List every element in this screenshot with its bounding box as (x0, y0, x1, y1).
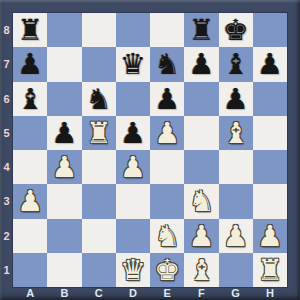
piece-white-knight[interactable]: ♞︎ (188, 184, 214, 218)
piece-black-bishop[interactable]: ♝︎ (17, 82, 43, 116)
square-h4[interactable] (253, 150, 287, 184)
square-a8[interactable]: ♜︎ (13, 13, 47, 47)
piece-black-knight[interactable]: ♞︎ (86, 82, 112, 116)
square-g7[interactable]: ♝︎ (219, 47, 253, 81)
square-d6[interactable] (116, 82, 150, 116)
square-b3[interactable] (47, 184, 81, 218)
piece-black-pawn[interactable]: ♟︎ (257, 47, 283, 81)
square-e5[interactable]: ♟︎ (150, 116, 184, 150)
square-e3[interactable] (150, 184, 184, 218)
square-a4[interactable] (13, 150, 47, 184)
square-e6[interactable]: ♟︎ (150, 82, 184, 116)
piece-black-pawn[interactable]: ♟︎ (120, 116, 146, 150)
piece-white-pawn[interactable]: ♟︎ (154, 116, 180, 150)
square-b8[interactable] (47, 13, 81, 47)
file-label-c: C (82, 286, 116, 299)
square-d3[interactable] (116, 184, 150, 218)
square-a1[interactable] (13, 253, 47, 287)
piece-white-queen[interactable]: ♛︎ (120, 253, 146, 287)
piece-black-pawn[interactable]: ♟︎ (154, 82, 180, 116)
piece-black-rook[interactable]: ♜︎ (188, 13, 214, 47)
square-b5[interactable]: ♟︎ (47, 116, 81, 150)
piece-black-king[interactable]: ♚︎ (223, 13, 249, 47)
piece-white-pawn[interactable]: ♟︎ (257, 219, 283, 253)
piece-white-rook[interactable]: ♜︎ (86, 116, 112, 150)
square-h6[interactable] (253, 82, 287, 116)
square-g5[interactable]: ♝︎ (219, 116, 253, 150)
piece-white-bishop[interactable]: ♝︎ (223, 116, 249, 150)
rank-label-4: 4 (0, 150, 13, 184)
piece-black-pawn[interactable]: ♟︎ (188, 47, 214, 81)
square-e8[interactable] (150, 13, 184, 47)
square-f3[interactable]: ♞︎ (184, 184, 218, 218)
rank-label-8: 8 (0, 13, 13, 47)
square-b1[interactable] (47, 253, 81, 287)
piece-black-pawn[interactable]: ♟︎ (17, 47, 43, 81)
square-h8[interactable] (253, 13, 287, 47)
square-d5[interactable]: ♟︎ (116, 116, 150, 150)
piece-black-bishop[interactable]: ♝︎ (223, 47, 249, 81)
piece-white-bishop[interactable]: ♝︎ (188, 253, 214, 287)
chess-board[interactable]: ♜︎♜︎♚︎♟︎♛︎♞︎♟︎♝︎♟︎♝︎♞︎♟︎♟︎♟︎♜︎♟︎♟︎♝︎♟︎♟︎… (13, 13, 287, 287)
file-label-g: G (219, 286, 253, 299)
piece-white-pawn[interactable]: ♟︎ (51, 150, 77, 184)
file-label-d: D (116, 286, 150, 299)
piece-white-pawn[interactable]: ♟︎ (120, 150, 146, 184)
square-d4[interactable]: ♟︎ (116, 150, 150, 184)
chess-board-frame: 8 7 6 5 4 3 2 1 ♜︎♜︎♚︎♟︎♛︎♞︎♟︎♝︎♟︎♝︎♞︎♟︎… (0, 0, 300, 300)
square-e1[interactable]: ♚︎ (150, 253, 184, 287)
square-f8[interactable]: ♜︎ (184, 13, 218, 47)
file-label-b: B (47, 286, 81, 299)
piece-black-pawn[interactable]: ♟︎ (51, 116, 77, 150)
square-g1[interactable] (219, 253, 253, 287)
square-a6[interactable]: ♝︎ (13, 82, 47, 116)
square-c2[interactable] (82, 219, 116, 253)
rank-label-1: 1 (0, 253, 13, 287)
square-c6[interactable]: ♞︎ (82, 82, 116, 116)
square-c1[interactable] (82, 253, 116, 287)
square-d1[interactable]: ♛︎ (116, 253, 150, 287)
square-b2[interactable] (47, 219, 81, 253)
file-label-e: E (150, 286, 184, 299)
square-f6[interactable] (184, 82, 218, 116)
square-g8[interactable]: ♚︎ (219, 13, 253, 47)
piece-white-king[interactable]: ♚︎ (154, 253, 180, 287)
square-e4[interactable] (150, 150, 184, 184)
square-a5[interactable] (13, 116, 47, 150)
square-g3[interactable] (219, 184, 253, 218)
square-f4[interactable] (184, 150, 218, 184)
rank-label-3: 3 (0, 184, 13, 218)
square-e2[interactable]: ♞︎ (150, 219, 184, 253)
piece-white-knight[interactable]: ♞︎ (154, 219, 180, 253)
piece-white-pawn[interactable]: ♟︎ (17, 184, 43, 218)
square-d2[interactable] (116, 219, 150, 253)
square-g6[interactable]: ♟︎ (219, 82, 253, 116)
square-b7[interactable] (47, 47, 81, 81)
square-g4[interactable] (219, 150, 253, 184)
square-c7[interactable] (82, 47, 116, 81)
rank-label-5: 5 (0, 116, 13, 150)
file-label-f: F (184, 286, 218, 299)
square-c8[interactable] (82, 13, 116, 47)
rank-label-7: 7 (0, 47, 13, 81)
square-a7[interactable]: ♟︎ (13, 47, 47, 81)
square-c4[interactable] (82, 150, 116, 184)
square-f7[interactable]: ♟︎ (184, 47, 218, 81)
square-h5[interactable] (253, 116, 287, 150)
piece-black-queen[interactable]: ♛︎ (120, 47, 146, 81)
square-a3[interactable]: ♟︎ (13, 184, 47, 218)
square-h1[interactable]: ♜︎ (253, 253, 287, 287)
square-f5[interactable] (184, 116, 218, 150)
rank-labels: 8 7 6 5 4 3 2 1 (0, 13, 13, 287)
piece-white-pawn[interactable]: ♟︎ (223, 219, 249, 253)
square-e7[interactable]: ♞︎ (150, 47, 184, 81)
square-b4[interactable]: ♟︎ (47, 150, 81, 184)
square-a2[interactable] (13, 219, 47, 253)
rank-label-6: 6 (0, 82, 13, 116)
piece-black-knight[interactable]: ♞︎ (154, 47, 180, 81)
square-f2[interactable]: ♟︎ (184, 219, 218, 253)
piece-black-rook[interactable]: ♜︎ (17, 13, 43, 47)
file-labels: A B C D E F G H (13, 286, 287, 299)
square-b6[interactable] (47, 82, 81, 116)
square-c3[interactable] (82, 184, 116, 218)
square-h2[interactable]: ♟︎ (253, 219, 287, 253)
square-f1[interactable]: ♝︎ (184, 253, 218, 287)
square-c5[interactable]: ♜︎ (82, 116, 116, 150)
piece-black-pawn[interactable]: ♟︎ (223, 82, 249, 116)
piece-white-pawn[interactable]: ♟︎ (188, 219, 214, 253)
rank-label-2: 2 (0, 219, 13, 253)
square-d8[interactable] (116, 13, 150, 47)
piece-white-rook[interactable]: ♜︎ (257, 253, 283, 287)
square-g2[interactable]: ♟︎ (219, 219, 253, 253)
square-h3[interactable] (253, 184, 287, 218)
square-h7[interactable]: ♟︎ (253, 47, 287, 81)
file-label-a: A (13, 286, 47, 299)
file-label-h: H (253, 286, 287, 299)
square-d7[interactable]: ♛︎ (116, 47, 150, 81)
